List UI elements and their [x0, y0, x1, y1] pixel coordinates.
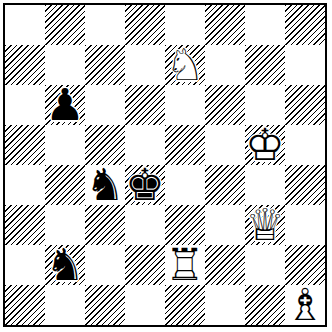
square-f5[interactable]: [205, 125, 245, 165]
square-a2[interactable]: [5, 245, 45, 285]
square-f6[interactable]: [205, 85, 245, 125]
square-e4[interactable]: [165, 165, 205, 205]
square-c8[interactable]: [85, 5, 125, 45]
square-f7[interactable]: [205, 45, 245, 85]
black-knight-icon: ♞: [85, 165, 125, 205]
square-b1[interactable]: [45, 285, 85, 325]
piece-white-knight[interactable]: ♞♘: [165, 45, 205, 85]
square-h7[interactable]: [285, 45, 325, 85]
square-c6[interactable]: [85, 85, 125, 125]
square-b5[interactable]: [45, 125, 85, 165]
square-f3[interactable]: [205, 205, 245, 245]
square-d4[interactable]: ♚♚: [125, 165, 165, 205]
square-a1[interactable]: [5, 285, 45, 325]
black-pawn-icon: ♟: [45, 85, 85, 125]
black-king-icon: ♚: [125, 165, 165, 205]
square-e1[interactable]: [165, 285, 205, 325]
piece-white-queen[interactable]: ♛♕: [245, 205, 285, 245]
square-a3[interactable]: [5, 205, 45, 245]
square-c1[interactable]: [85, 285, 125, 325]
square-d8[interactable]: [125, 5, 165, 45]
square-a8[interactable]: [5, 5, 45, 45]
white-queen-icon: ♕: [245, 205, 285, 245]
white-knight-icon: ♘: [165, 45, 205, 85]
square-g7[interactable]: [245, 45, 285, 85]
square-b8[interactable]: [45, 5, 85, 45]
square-a5[interactable]: [5, 125, 45, 165]
square-f2[interactable]: [205, 245, 245, 285]
board-frame: ♞♘♟♟♚♔♞♞♚♚♛♕♞♞♜♖♝♗: [3, 3, 327, 327]
square-e2[interactable]: ♜♖: [165, 245, 205, 285]
square-h6[interactable]: [285, 85, 325, 125]
white-rook-icon: ♖: [165, 245, 205, 285]
square-f1[interactable]: [205, 285, 245, 325]
square-g2[interactable]: [245, 245, 285, 285]
square-b4[interactable]: [45, 165, 85, 205]
square-a7[interactable]: [5, 45, 45, 85]
square-g3[interactable]: ♛♕: [245, 205, 285, 245]
square-h4[interactable]: [285, 165, 325, 205]
square-g8[interactable]: [245, 5, 285, 45]
piece-black-knight[interactable]: ♞♞: [85, 165, 125, 205]
chess-diagram: ♞♘♟♟♚♔♞♞♚♚♛♕♞♞♜♖♝♗: [0, 0, 332, 332]
square-g1[interactable]: [245, 285, 285, 325]
piece-black-knight[interactable]: ♞♞: [45, 245, 85, 285]
square-d3[interactable]: [125, 205, 165, 245]
square-f4[interactable]: [205, 165, 245, 205]
white-king-icon: ♔: [245, 125, 285, 165]
white-bishop-icon: ♗: [285, 285, 325, 325]
piece-white-king[interactable]: ♚♔: [245, 125, 285, 165]
square-d6[interactable]: [125, 85, 165, 125]
square-c4[interactable]: ♞♞: [85, 165, 125, 205]
square-a4[interactable]: [5, 165, 45, 205]
square-d7[interactable]: [125, 45, 165, 85]
black-knight-icon: ♞: [45, 245, 85, 285]
square-h1[interactable]: ♝♗: [285, 285, 325, 325]
square-c7[interactable]: [85, 45, 125, 85]
square-b6[interactable]: ♟♟: [45, 85, 85, 125]
square-h5[interactable]: [285, 125, 325, 165]
square-e6[interactable]: [165, 85, 205, 125]
chess-board: ♞♘♟♟♚♔♞♞♚♚♛♕♞♞♜♖♝♗: [5, 5, 325, 325]
square-d1[interactable]: [125, 285, 165, 325]
square-f8[interactable]: [205, 5, 245, 45]
piece-black-pawn[interactable]: ♟♟: [45, 85, 85, 125]
square-e5[interactable]: [165, 125, 205, 165]
square-b2[interactable]: ♞♞: [45, 245, 85, 285]
square-c2[interactable]: [85, 245, 125, 285]
square-d2[interactable]: [125, 245, 165, 285]
piece-white-bishop[interactable]: ♝♗: [285, 285, 325, 325]
square-a6[interactable]: [5, 85, 45, 125]
square-c3[interactable]: [85, 205, 125, 245]
square-h3[interactable]: [285, 205, 325, 245]
square-h8[interactable]: [285, 5, 325, 45]
square-g5[interactable]: ♚♔: [245, 125, 285, 165]
piece-black-king[interactable]: ♚♚: [125, 165, 165, 205]
piece-white-rook[interactable]: ♜♖: [165, 245, 205, 285]
square-e7[interactable]: ♞♘: [165, 45, 205, 85]
